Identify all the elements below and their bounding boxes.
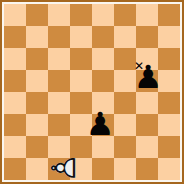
square-c5[interactable] (48, 70, 70, 92)
square-e1[interactable] (92, 158, 114, 180)
black-pawn-e3[interactable]: ♟ (89, 113, 111, 135)
square-d8[interactable] (70, 4, 92, 26)
square-a3[interactable] (4, 114, 26, 136)
square-f3[interactable] (114, 114, 136, 136)
square-h7[interactable] (158, 26, 180, 48)
square-a6[interactable] (4, 48, 26, 70)
square-e5[interactable] (92, 70, 114, 92)
square-f4[interactable] (114, 92, 136, 114)
square-g8[interactable] (136, 4, 158, 26)
square-e7[interactable] (92, 26, 114, 48)
square-g3[interactable] (136, 114, 158, 136)
square-a1[interactable] (4, 158, 26, 180)
chess-app-window: ✕ ♟♟♟♙ (0, 0, 184, 184)
square-f7[interactable] (114, 26, 136, 48)
square-h3[interactable] (158, 114, 180, 136)
square-h2[interactable] (158, 136, 180, 158)
square-c8[interactable] (48, 4, 70, 26)
square-h8[interactable] (158, 4, 180, 26)
square-d7[interactable] (70, 26, 92, 48)
square-b6[interactable] (26, 48, 48, 70)
square-a2[interactable] (4, 136, 26, 158)
square-b8[interactable] (26, 4, 48, 26)
square-e6[interactable] (92, 48, 114, 70)
square-a5[interactable] (4, 70, 26, 92)
square-b7[interactable] (26, 26, 48, 48)
square-a7[interactable] (4, 26, 26, 48)
square-g1[interactable] (136, 158, 158, 180)
square-d6[interactable] (70, 48, 92, 70)
square-c4[interactable] (48, 92, 70, 114)
square-a4[interactable] (4, 92, 26, 114)
square-c3[interactable] (48, 114, 70, 136)
square-b4[interactable] (26, 92, 48, 114)
piece-outline-layer: ♙ (47, 153, 80, 183)
white-pawn-fallen-c1[interactable]: ♟♙ (52, 157, 74, 179)
square-c7[interactable] (48, 26, 70, 48)
square-b5[interactable] (26, 70, 48, 92)
square-g2[interactable] (136, 136, 158, 158)
black-pawn-g5[interactable]: ♟ (137, 66, 159, 88)
square-c6[interactable] (48, 48, 70, 70)
square-g7[interactable] (136, 26, 158, 48)
square-d5[interactable] (70, 70, 92, 92)
square-e8[interactable] (92, 4, 114, 26)
square-f8[interactable] (114, 4, 136, 26)
square-f1[interactable] (114, 158, 136, 180)
square-a8[interactable] (4, 4, 26, 26)
square-h1[interactable] (158, 158, 180, 180)
square-b3[interactable] (26, 114, 48, 136)
square-f2[interactable] (114, 136, 136, 158)
